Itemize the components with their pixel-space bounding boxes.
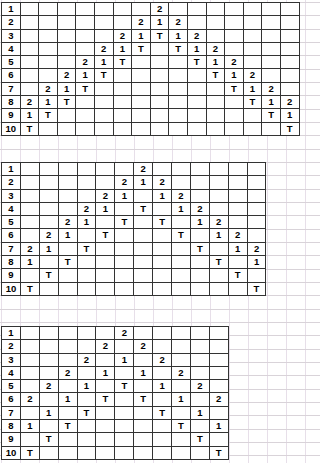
grid-cell[interactable]	[248, 163, 267, 176]
grid-cell[interactable]	[172, 380, 191, 393]
grid-cell[interactable]	[151, 69, 170, 82]
grid-cell[interactable]	[76, 123, 95, 136]
row-label[interactable]: 6	[2, 229, 21, 242]
grid-cell[interactable]	[153, 203, 172, 216]
grid-cell[interactable]	[95, 3, 114, 16]
grid-cell[interactable]: 2	[225, 56, 244, 69]
grid-cell[interactable]	[188, 83, 207, 96]
grid-cell[interactable]	[134, 354, 153, 367]
grid-cell[interactable]	[39, 30, 58, 43]
row-label[interactable]: 4	[2, 43, 21, 56]
grid-cell[interactable]	[172, 216, 191, 229]
grid-cell[interactable]: 1	[40, 243, 59, 256]
grid-cell[interactable]	[172, 163, 191, 176]
grid-cell[interactable]: 1	[59, 393, 78, 406]
grid-cell[interactable]	[153, 420, 172, 433]
grid-cell[interactable]	[115, 203, 134, 216]
grid-cell[interactable]: 1	[96, 367, 115, 380]
grid-cell[interactable]: T	[225, 83, 244, 96]
grid-cell[interactable]	[96, 243, 115, 256]
row-label[interactable]: 1	[2, 327, 21, 340]
grid-cell[interactable]	[151, 109, 170, 122]
grid-cell[interactable]	[210, 354, 229, 367]
grid-cell[interactable]: 1	[153, 380, 172, 393]
grid-cell[interactable]	[132, 3, 151, 16]
grid-cell[interactable]	[76, 96, 95, 109]
grid-cell[interactable]	[21, 340, 40, 353]
grid-cell[interactable]	[153, 269, 172, 282]
grid-cell[interactable]: T	[172, 420, 191, 433]
grid-cell[interactable]	[21, 327, 40, 340]
grid-cell[interactable]: 1	[225, 69, 244, 82]
grid-cell[interactable]	[132, 83, 151, 96]
grid-cell[interactable]	[76, 43, 95, 56]
grid-cell[interactable]: 1	[39, 96, 58, 109]
grid-cell[interactable]	[21, 83, 40, 96]
grid-cell[interactable]: T	[40, 269, 59, 282]
grid-cell[interactable]	[169, 3, 188, 16]
grid-cell[interactable]	[21, 176, 40, 189]
grid-cell[interactable]	[210, 203, 229, 216]
grid-cell[interactable]	[281, 3, 300, 16]
grid-cell[interactable]	[281, 83, 300, 96]
grid-cell[interactable]	[188, 69, 207, 82]
grid-cell[interactable]	[134, 420, 153, 433]
grid-cell[interactable]	[40, 203, 59, 216]
grid-cell[interactable]: 1	[115, 354, 134, 367]
grid-cell[interactable]: T	[132, 43, 151, 56]
grid-cell[interactable]	[248, 203, 267, 216]
grid-cell[interactable]	[115, 367, 134, 380]
grid-cell[interactable]	[115, 283, 134, 296]
grid-cell[interactable]	[21, 407, 40, 420]
grid-cell[interactable]	[132, 109, 151, 122]
grid-cell[interactable]: T	[21, 447, 40, 460]
row-label[interactable]: 9	[2, 109, 21, 122]
grid-cell[interactable]: T	[114, 56, 133, 69]
grid-cell[interactable]	[281, 56, 300, 69]
grid-cell[interactable]	[134, 433, 153, 446]
grid-cell[interactable]	[172, 407, 191, 420]
grid-cell[interactable]: T	[172, 229, 191, 242]
grid-cell[interactable]	[115, 243, 134, 256]
grid-cell[interactable]	[96, 176, 115, 189]
grid-cell[interactable]	[262, 30, 281, 43]
grid-cell[interactable]: 2	[134, 163, 153, 176]
grid-cell[interactable]: 1	[132, 30, 151, 43]
grid-cell[interactable]	[153, 163, 172, 176]
grid-cell[interactable]: 2	[95, 43, 114, 56]
grid-cell[interactable]	[40, 163, 59, 176]
grid-cell[interactable]	[21, 216, 40, 229]
grid-cell[interactable]: 2	[78, 203, 97, 216]
grid-cell[interactable]	[281, 43, 300, 56]
grid-cell[interactable]: 2	[191, 380, 210, 393]
grid-cell[interactable]	[191, 327, 210, 340]
grid-cell[interactable]	[59, 447, 78, 460]
grid-cell[interactable]: T	[59, 420, 78, 433]
grid-cell[interactable]: 2	[172, 367, 191, 380]
grid-cell[interactable]	[21, 203, 40, 216]
grid-cell[interactable]	[153, 283, 172, 296]
grid-cell[interactable]	[58, 3, 77, 16]
grid-cell[interactable]	[153, 327, 172, 340]
grid-cell[interactable]	[114, 16, 133, 29]
grid-cell[interactable]	[172, 354, 191, 367]
grid-cell[interactable]	[151, 56, 170, 69]
row-label[interactable]: 4	[2, 367, 21, 380]
grid-cell[interactable]	[207, 83, 226, 96]
grid-cell[interactable]: 1	[281, 109, 300, 122]
grid-cell[interactable]	[172, 256, 191, 269]
grid-cell[interactable]	[191, 367, 210, 380]
grid-cell[interactable]: 1	[210, 229, 229, 242]
grid-cell[interactable]	[248, 216, 267, 229]
grid-cell[interactable]	[210, 243, 229, 256]
grid-cell[interactable]	[153, 256, 172, 269]
grid-cell[interactable]	[115, 163, 134, 176]
grid-cell[interactable]: T	[39, 109, 58, 122]
grid-cell[interactable]: 1	[244, 83, 263, 96]
grid-cell[interactable]	[151, 96, 170, 109]
grid-cell[interactable]	[114, 69, 133, 82]
grid-cell[interactable]: T	[210, 447, 229, 460]
grid-cell[interactable]	[191, 393, 210, 406]
grid-cell[interactable]: 2	[262, 83, 281, 96]
grid-cell[interactable]	[207, 109, 226, 122]
grid-cell[interactable]	[172, 269, 191, 282]
grid-cell[interactable]	[21, 16, 40, 29]
grid-cell[interactable]: 2	[153, 354, 172, 367]
grid-cell[interactable]	[229, 216, 248, 229]
row-label[interactable]: 5	[2, 216, 21, 229]
grid-cell[interactable]: T	[229, 269, 248, 282]
grid-cell[interactable]: T	[76, 83, 95, 96]
grid-cell[interactable]: 1	[134, 176, 153, 189]
grid-cell[interactable]: T	[115, 380, 134, 393]
grid-cell[interactable]	[59, 203, 78, 216]
grid-cell[interactable]	[207, 123, 226, 136]
grid-cell[interactable]: 2	[40, 380, 59, 393]
grid-cell[interactable]: T	[40, 433, 59, 446]
grid-cell[interactable]: T	[207, 69, 226, 82]
grid-cell[interactable]: 1	[21, 256, 40, 269]
grid-cell[interactable]: T	[153, 216, 172, 229]
grid-cell[interactable]	[225, 30, 244, 43]
grid-cell[interactable]: 2	[96, 340, 115, 353]
grid-cell[interactable]: 2	[21, 96, 40, 109]
grid-cell[interactable]	[58, 30, 77, 43]
grid-cell[interactable]: 2	[188, 30, 207, 43]
grid-cell[interactable]: T	[281, 123, 300, 136]
grid-cell[interactable]	[59, 433, 78, 446]
row-label[interactable]: 8	[2, 96, 21, 109]
grid-cell[interactable]: T	[96, 393, 115, 406]
grid-cell[interactable]: 2	[115, 176, 134, 189]
grid-cell[interactable]	[281, 16, 300, 29]
grid-cell[interactable]	[21, 229, 40, 242]
grid-cell[interactable]	[78, 393, 97, 406]
grid-cell[interactable]	[59, 283, 78, 296]
grid-cell[interactable]	[58, 109, 77, 122]
grid-cell[interactable]	[59, 407, 78, 420]
grid-cell[interactable]	[229, 283, 248, 296]
grid-cell[interactable]	[114, 109, 133, 122]
grid-cell[interactable]	[262, 43, 281, 56]
grid-cell[interactable]	[207, 96, 226, 109]
grid-cell[interactable]	[95, 16, 114, 29]
grid-cell[interactable]	[188, 3, 207, 16]
grid-cell[interactable]	[78, 447, 97, 460]
grid-cell[interactable]	[244, 56, 263, 69]
grid-cell[interactable]: T	[21, 123, 40, 136]
grid-cell[interactable]: 2	[151, 3, 170, 16]
grid-cell[interactable]	[262, 16, 281, 29]
grid-cell[interactable]: T	[191, 243, 210, 256]
grid-cell[interactable]	[248, 190, 267, 203]
grid-cell[interactable]	[191, 163, 210, 176]
grid-cell[interactable]	[210, 433, 229, 446]
grid-cell[interactable]	[78, 283, 97, 296]
grid-cell[interactable]	[96, 216, 115, 229]
grid-cell[interactable]	[151, 123, 170, 136]
grid-cell[interactable]	[78, 190, 97, 203]
grid-cell[interactable]: 2	[210, 216, 229, 229]
grid-cell[interactable]	[172, 433, 191, 446]
row-label[interactable]: 6	[2, 393, 21, 406]
grid-cell[interactable]	[96, 447, 115, 460]
grid-cell[interactable]	[59, 163, 78, 176]
grid-cell[interactable]	[40, 393, 59, 406]
grid-cell[interactable]	[40, 354, 59, 367]
grid-cell[interactable]: 2	[40, 229, 59, 242]
grid-cell[interactable]: 2	[78, 354, 97, 367]
grid-cell[interactable]: 1	[134, 367, 153, 380]
grid-cell[interactable]	[134, 229, 153, 242]
row-label[interactable]: 2	[2, 340, 21, 353]
grid-cell[interactable]: T	[191, 433, 210, 446]
grid-cell[interactable]	[262, 56, 281, 69]
grid-cell[interactable]	[95, 83, 114, 96]
grid-cell[interactable]	[95, 96, 114, 109]
grid-cell[interactable]	[78, 229, 97, 242]
grid-cell[interactable]: 1	[153, 190, 172, 203]
grid-cell[interactable]	[262, 3, 281, 16]
grid-cell[interactable]	[191, 190, 210, 203]
grid-cell[interactable]	[96, 327, 115, 340]
grid-cell[interactable]	[153, 433, 172, 446]
grid-cell[interactable]	[169, 123, 188, 136]
grid-cell[interactable]: 1	[262, 96, 281, 109]
grid-cell[interactable]	[262, 123, 281, 136]
grid-cell[interactable]	[153, 447, 172, 460]
grid-cell[interactable]	[229, 163, 248, 176]
grid-cell[interactable]	[191, 256, 210, 269]
grid-cell[interactable]: T	[21, 283, 40, 296]
grid-cell[interactable]	[40, 367, 59, 380]
grid-cell[interactable]	[207, 30, 226, 43]
grid-cell[interactable]: 2	[281, 96, 300, 109]
grid-cell[interactable]	[244, 43, 263, 56]
grid-cell[interactable]	[210, 380, 229, 393]
grid-cell[interactable]	[21, 3, 40, 16]
grid-cell[interactable]	[172, 340, 191, 353]
grid-cell[interactable]: 2	[76, 56, 95, 69]
grid-cell[interactable]	[78, 420, 97, 433]
grid-cell[interactable]: 1	[188, 43, 207, 56]
grid-cell[interactable]	[248, 176, 267, 189]
grid-cell[interactable]	[59, 354, 78, 367]
grid-cell[interactable]	[191, 283, 210, 296]
grid-cell[interactable]	[210, 176, 229, 189]
grid-cell[interactable]	[229, 256, 248, 269]
grid-cell[interactable]	[244, 109, 263, 122]
grid-cell[interactable]	[172, 447, 191, 460]
row-label[interactable]: 6	[2, 69, 21, 82]
grid-cell[interactable]: 2	[207, 43, 226, 56]
grid-cell[interactable]: 2	[115, 327, 134, 340]
row-label[interactable]: 3	[2, 190, 21, 203]
grid-cell[interactable]	[21, 269, 40, 282]
grid-cell[interactable]	[115, 256, 134, 269]
grid-cell[interactable]	[191, 354, 210, 367]
grid-cell[interactable]	[40, 283, 59, 296]
row-label[interactable]: 10	[2, 283, 21, 296]
grid-cell[interactable]: T	[58, 96, 77, 109]
grid-cell[interactable]: 2	[59, 367, 78, 380]
grid-cell[interactable]: 2	[191, 203, 210, 216]
row-label[interactable]: 4	[2, 203, 21, 216]
grid-cell[interactable]	[114, 96, 133, 109]
grid-cell[interactable]: 1	[40, 407, 59, 420]
grid-cell[interactable]: T	[59, 256, 78, 269]
grid-cell[interactable]	[59, 243, 78, 256]
grid-cell[interactable]: T	[248, 283, 267, 296]
grid-cell[interactable]	[244, 3, 263, 16]
grid-cell[interactable]	[115, 447, 134, 460]
grid-cell[interactable]: 1	[59, 229, 78, 242]
grid-cell[interactable]: 2	[248, 243, 267, 256]
grid-cell[interactable]: 2	[172, 190, 191, 203]
grid-cell[interactable]	[59, 380, 78, 393]
grid-cell[interactable]	[59, 176, 78, 189]
grid-cell[interactable]	[115, 229, 134, 242]
grid-cell[interactable]	[78, 269, 97, 282]
grid-cell[interactable]	[96, 269, 115, 282]
grid-cell[interactable]: 2	[134, 340, 153, 353]
grid-cell[interactable]	[40, 176, 59, 189]
grid-cell[interactable]	[191, 420, 210, 433]
grid-cell[interactable]: 2	[96, 190, 115, 203]
grid-cell[interactable]	[95, 123, 114, 136]
grid-cell[interactable]	[95, 30, 114, 43]
grid-cell[interactable]	[59, 190, 78, 203]
grid-cell[interactable]	[134, 380, 153, 393]
row-label[interactable]: 10	[2, 123, 21, 136]
grid-cell[interactable]	[281, 30, 300, 43]
grid-cell[interactable]	[153, 393, 172, 406]
grid-cell[interactable]	[134, 283, 153, 296]
grid-cell[interactable]	[40, 340, 59, 353]
grid-cell[interactable]: 2	[21, 243, 40, 256]
grid-cell[interactable]	[78, 340, 97, 353]
grid-cell[interactable]	[59, 327, 78, 340]
grid-cell[interactable]	[21, 43, 40, 56]
grid-cell[interactable]	[172, 327, 191, 340]
grid-cell[interactable]	[188, 16, 207, 29]
grid-cell[interactable]: 1	[95, 56, 114, 69]
grid-cell[interactable]	[21, 367, 40, 380]
row-label[interactable]: 3	[2, 354, 21, 367]
row-label[interactable]: 7	[2, 83, 21, 96]
grid-cell[interactable]	[132, 69, 151, 82]
grid-cell[interactable]: 1	[210, 420, 229, 433]
grid-cell[interactable]: T	[78, 243, 97, 256]
grid-cell[interactable]: T	[134, 203, 153, 216]
grid-cell[interactable]: 1	[114, 43, 133, 56]
grid-cell[interactable]	[153, 243, 172, 256]
grid-cell[interactable]	[134, 243, 153, 256]
grid-cell[interactable]	[21, 380, 40, 393]
grid-cell[interactable]	[229, 176, 248, 189]
grid-cell[interactable]	[225, 3, 244, 16]
row-label[interactable]: 5	[2, 380, 21, 393]
grid-cell[interactable]	[134, 327, 153, 340]
grid-cell[interactable]	[169, 83, 188, 96]
grid-cell[interactable]	[78, 163, 97, 176]
grid-cell[interactable]	[134, 447, 153, 460]
grid-cell[interactable]	[169, 56, 188, 69]
row-label[interactable]: 7	[2, 407, 21, 420]
grid-cell[interactable]	[225, 96, 244, 109]
grid-cell[interactable]	[225, 16, 244, 29]
grid-cell[interactable]: 1	[207, 56, 226, 69]
grid-cell[interactable]	[96, 433, 115, 446]
grid-cell[interactable]	[78, 433, 97, 446]
row-label[interactable]: 2	[2, 16, 21, 29]
grid-cell[interactable]: T	[262, 109, 281, 122]
grid-cell[interactable]	[96, 420, 115, 433]
grid-cell[interactable]	[58, 16, 77, 29]
grid-cell[interactable]	[78, 367, 97, 380]
grid-cell[interactable]: 1	[229, 243, 248, 256]
grid-cell[interactable]: 1	[191, 216, 210, 229]
grid-cell[interactable]	[153, 229, 172, 242]
grid-cell[interactable]	[134, 256, 153, 269]
grid-cell[interactable]: 1	[76, 69, 95, 82]
grid-cell[interactable]: 2	[58, 69, 77, 82]
grid-cell[interactable]	[153, 367, 172, 380]
grid-cell[interactable]: 1	[248, 256, 267, 269]
grid-cell[interactable]: T	[95, 69, 114, 82]
grid-cell[interactable]	[188, 109, 207, 122]
grid-cell[interactable]	[96, 407, 115, 420]
grid-cell[interactable]	[58, 123, 77, 136]
grid-cell[interactable]	[76, 3, 95, 16]
grid-cell[interactable]	[248, 229, 267, 242]
grid-cell[interactable]: 2	[114, 30, 133, 43]
grid-cell[interactable]	[172, 176, 191, 189]
grid-cell[interactable]: 1	[191, 407, 210, 420]
grid-cell[interactable]	[172, 283, 191, 296]
grid-cell[interactable]	[134, 269, 153, 282]
grid-cell[interactable]	[96, 380, 115, 393]
grid-cell[interactable]	[76, 109, 95, 122]
grid-cell[interactable]	[96, 354, 115, 367]
grid-cell[interactable]	[39, 16, 58, 29]
grid-cell[interactable]	[76, 16, 95, 29]
grid-cell[interactable]: T	[169, 43, 188, 56]
